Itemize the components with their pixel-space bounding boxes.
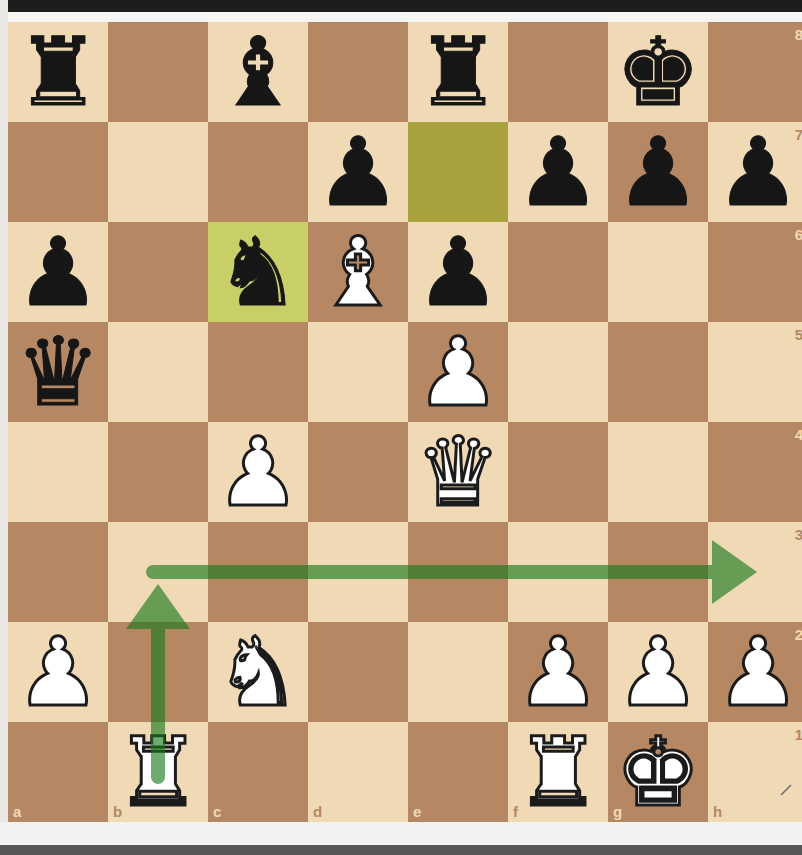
bottom-bar [0,845,802,855]
square-e5[interactable]: ♟ [408,322,508,422]
square-h4[interactable]: 4 [708,422,802,522]
square-a6[interactable]: ♟ [8,222,108,322]
piece-black-pawn-e6[interactable]: ♟ [408,222,508,322]
square-g2[interactable]: ♟ [608,622,708,722]
file-label-e: e [413,803,421,820]
square-c2[interactable]: ♞ [208,622,308,722]
square-a3[interactable] [8,522,108,622]
piece-black-pawn-d7[interactable]: ♟ [308,122,408,222]
square-f8[interactable] [508,22,608,122]
square-h8[interactable]: 8 [708,22,802,122]
square-c8[interactable]: ♝ [208,22,308,122]
piece-black-pawn-g7[interactable]: ♟ [608,122,708,222]
square-d5[interactable] [308,322,408,422]
piece-white-bishop-d6[interactable]: ♝ [308,222,408,322]
square-h7[interactable]: 7♟ [708,122,802,222]
piece-white-knight-c2[interactable]: ♞ [208,622,308,722]
square-f1[interactable]: f♜ [508,722,608,822]
file-label-h: h [713,803,722,820]
square-a5[interactable]: ♛ [8,322,108,422]
square-e2[interactable] [408,622,508,722]
square-d7[interactable]: ♟ [308,122,408,222]
piece-black-knight-c6[interactable]: ♞ [208,222,308,322]
square-d6[interactable]: ♝ [308,222,408,322]
square-c6[interactable]: ♞ [208,222,308,322]
square-b3[interactable] [108,522,208,622]
piece-white-pawn-e5[interactable]: ♟ [408,322,508,422]
piece-white-pawn-g2[interactable]: ♟ [608,622,708,722]
left-gutter [0,0,8,845]
square-d2[interactable] [308,622,408,722]
square-g3[interactable] [608,522,708,622]
square-g4[interactable] [608,422,708,522]
square-d8[interactable] [308,22,408,122]
square-g5[interactable] [608,322,708,422]
square-h6[interactable]: 6 [708,222,802,322]
square-e7[interactable] [408,122,508,222]
piece-white-pawn-a2[interactable]: ♟ [8,622,108,722]
piece-white-rook-f1[interactable]: ♜ [508,722,608,822]
rank-label-1: 1 [795,726,802,743]
square-f6[interactable] [508,222,608,322]
square-b7[interactable] [108,122,208,222]
file-label-d: d [313,803,322,820]
square-c3[interactable] [208,522,308,622]
square-f7[interactable]: ♟ [508,122,608,222]
square-f3[interactable] [508,522,608,622]
square-h5[interactable]: 5 [708,322,802,422]
square-b5[interactable] [108,322,208,422]
piece-black-king-g8[interactable]: ♚ [608,22,708,122]
file-label-c: c [213,803,221,820]
rank-label-5: 5 [795,326,802,343]
piece-white-pawn-h2[interactable]: ♟ [708,622,802,722]
square-a8[interactable]: ♜ [8,22,108,122]
square-e6[interactable]: ♟ [408,222,508,322]
square-d1[interactable]: d [308,722,408,822]
piece-black-queen-a5[interactable]: ♛ [8,322,108,422]
square-e1[interactable]: e [408,722,508,822]
square-g1[interactable]: g♚ [608,722,708,822]
chess-board: ♜♝♜♚8♟♟♟7♟♟♞♝♟6♛♟5♟♛43♟♞♟♟2♟ab♜cdef♜g♚h1 [8,22,802,822]
square-h2[interactable]: 2♟ [708,622,802,722]
square-h1[interactable]: h1 [708,722,802,822]
square-d3[interactable] [308,522,408,622]
piece-white-king-g1[interactable]: ♚ [608,722,708,822]
square-b4[interactable] [108,422,208,522]
square-g7[interactable]: ♟ [608,122,708,222]
square-d4[interactable] [308,422,408,522]
square-c7[interactable] [208,122,308,222]
piece-white-pawn-f2[interactable]: ♟ [508,622,608,722]
piece-white-rook-b1[interactable]: ♜ [108,722,208,822]
square-a2[interactable]: ♟ [8,622,108,722]
resize-diagonal-icon [778,782,794,798]
square-e4[interactable]: ♛ [408,422,508,522]
square-c5[interactable] [208,322,308,422]
rank-label-8: 8 [795,26,802,43]
piece-black-pawn-f7[interactable]: ♟ [508,122,608,222]
rank-label-4: 4 [795,426,802,443]
square-c1[interactable]: c [208,722,308,822]
square-a7[interactable] [8,122,108,222]
square-e3[interactable] [408,522,508,622]
piece-black-bishop-c8[interactable]: ♝ [208,22,308,122]
file-label-a: a [13,803,21,820]
piece-white-pawn-c4[interactable]: ♟ [208,422,308,522]
piece-black-rook-e8[interactable]: ♜ [408,22,508,122]
piece-black-pawn-h7[interactable]: ♟ [708,122,802,222]
square-b1[interactable]: b♜ [108,722,208,822]
square-f4[interactable] [508,422,608,522]
square-g6[interactable] [608,222,708,322]
piece-black-rook-a8[interactable]: ♜ [8,22,108,122]
rank-label-3: 3 [795,526,802,543]
square-g8[interactable]: ♚ [608,22,708,122]
square-b2[interactable] [108,622,208,722]
square-e8[interactable]: ♜ [408,22,508,122]
square-a1[interactable]: a [8,722,108,822]
square-h3[interactable]: 3 [708,522,802,622]
square-f2[interactable]: ♟ [508,622,608,722]
square-b6[interactable] [108,222,208,322]
board-resize-handle[interactable] [778,782,794,798]
rank-label-6: 6 [795,226,802,243]
top-bar [8,0,802,12]
square-f5[interactable] [508,322,608,422]
square-a4[interactable] [8,422,108,522]
piece-black-pawn-a6[interactable]: ♟ [8,222,108,322]
square-b8[interactable] [108,22,208,122]
square-c4[interactable]: ♟ [208,422,308,522]
piece-white-queen-e4[interactable]: ♛ [408,422,508,522]
